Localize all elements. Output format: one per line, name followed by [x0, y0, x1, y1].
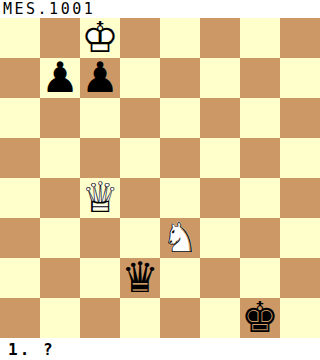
square-d4[interactable] — [120, 178, 160, 218]
piece-white-knight[interactable]: ♞♘ — [160, 218, 200, 258]
square-f3[interactable] — [200, 218, 240, 258]
black-king-icon: ♚ — [240, 298, 280, 338]
puzzle-title: MES.1001 — [0, 0, 320, 18]
square-d3[interactable] — [120, 218, 160, 258]
square-c6[interactable] — [80, 98, 120, 138]
square-d8[interactable] — [120, 18, 160, 58]
square-f7[interactable] — [200, 58, 240, 98]
white-queen-icon: ♕ — [80, 178, 120, 218]
white-knight-icon: ♘ — [160, 218, 200, 258]
square-h1[interactable] — [280, 298, 320, 338]
square-d5[interactable] — [120, 138, 160, 178]
square-a8[interactable] — [0, 18, 40, 58]
square-g2[interactable] — [240, 258, 280, 298]
square-c1[interactable] — [80, 298, 120, 338]
black-pawn-icon: ♟ — [80, 58, 120, 98]
square-c7[interactable]: ♟ — [80, 58, 120, 98]
square-e1[interactable] — [160, 298, 200, 338]
square-b1[interactable] — [40, 298, 80, 338]
square-g3[interactable] — [240, 218, 280, 258]
square-d2[interactable]: ♛ — [120, 258, 160, 298]
square-e2[interactable] — [160, 258, 200, 298]
square-h7[interactable] — [280, 58, 320, 98]
square-a5[interactable] — [0, 138, 40, 178]
square-h5[interactable] — [280, 138, 320, 178]
black-pawn-icon: ♟ — [40, 58, 80, 98]
square-a4[interactable] — [0, 178, 40, 218]
square-a3[interactable] — [0, 218, 40, 258]
square-f1[interactable] — [200, 298, 240, 338]
square-e3[interactable]: ♞♘ — [160, 218, 200, 258]
chess-board: ♚♔♟♟♛♕♞♘♛♚ — [0, 18, 320, 338]
square-h4[interactable] — [280, 178, 320, 218]
square-h2[interactable] — [280, 258, 320, 298]
chess-puzzle-window: MES.1001 ♚♔♟♟♛♕♞♘♛♚ 1. ? — [0, 0, 320, 360]
square-b6[interactable] — [40, 98, 80, 138]
white-king-icon: ♔ — [80, 18, 120, 58]
square-e4[interactable] — [160, 178, 200, 218]
piece-white-king[interactable]: ♚♔ — [80, 18, 120, 58]
square-c2[interactable] — [80, 258, 120, 298]
square-b7[interactable]: ♟ — [40, 58, 80, 98]
square-b5[interactable] — [40, 138, 80, 178]
square-e6[interactable] — [160, 98, 200, 138]
square-h6[interactable] — [280, 98, 320, 138]
piece-white-queen[interactable]: ♛♕ — [80, 178, 120, 218]
square-h8[interactable] — [280, 18, 320, 58]
square-e8[interactable] — [160, 18, 200, 58]
square-d7[interactable] — [120, 58, 160, 98]
piece-black-queen[interactable]: ♛ — [120, 258, 160, 298]
square-e7[interactable] — [160, 58, 200, 98]
square-h3[interactable] — [280, 218, 320, 258]
square-f4[interactable] — [200, 178, 240, 218]
square-b4[interactable] — [40, 178, 80, 218]
square-c3[interactable] — [80, 218, 120, 258]
piece-black-pawn[interactable]: ♟ — [80, 58, 120, 98]
square-a1[interactable] — [0, 298, 40, 338]
square-c8[interactable]: ♚♔ — [80, 18, 120, 58]
square-a7[interactable] — [0, 58, 40, 98]
square-d6[interactable] — [120, 98, 160, 138]
square-b3[interactable] — [40, 218, 80, 258]
square-f5[interactable] — [200, 138, 240, 178]
square-c4[interactable]: ♛♕ — [80, 178, 120, 218]
square-a6[interactable] — [0, 98, 40, 138]
piece-black-pawn[interactable]: ♟ — [40, 58, 80, 98]
square-f8[interactable] — [200, 18, 240, 58]
square-b8[interactable] — [40, 18, 80, 58]
square-a2[interactable] — [0, 258, 40, 298]
square-g5[interactable] — [240, 138, 280, 178]
square-g6[interactable] — [240, 98, 280, 138]
square-g8[interactable] — [240, 18, 280, 58]
square-g7[interactable] — [240, 58, 280, 98]
square-d1[interactable] — [120, 298, 160, 338]
square-g4[interactable] — [240, 178, 280, 218]
black-queen-icon: ♛ — [120, 258, 160, 298]
square-b2[interactable] — [40, 258, 80, 298]
square-f6[interactable] — [200, 98, 240, 138]
square-f2[interactable] — [200, 258, 240, 298]
square-g1[interactable]: ♚ — [240, 298, 280, 338]
square-c5[interactable] — [80, 138, 120, 178]
piece-black-king[interactable]: ♚ — [240, 298, 280, 338]
square-e5[interactable] — [160, 138, 200, 178]
